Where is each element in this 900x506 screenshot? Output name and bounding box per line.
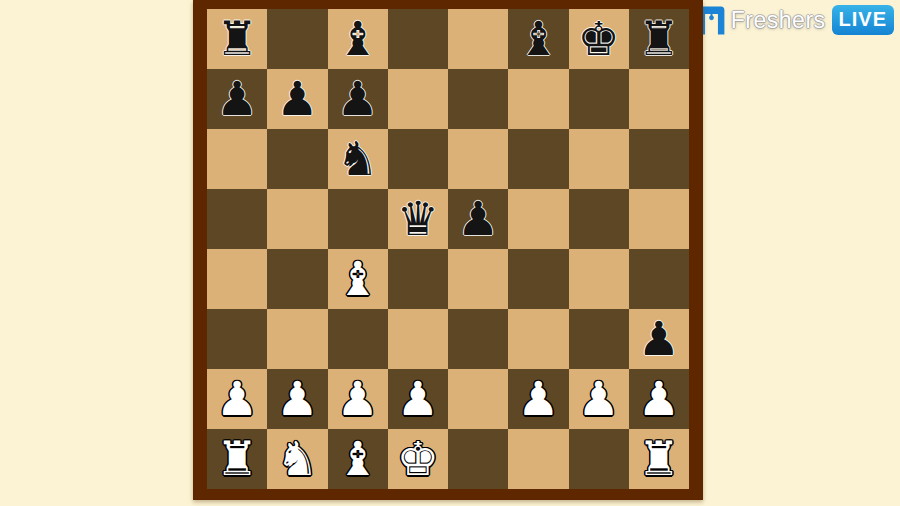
square-f1 xyxy=(508,429,568,489)
square-b6 xyxy=(267,129,327,189)
piece-black-queen: ♛ xyxy=(397,195,439,242)
square-e4 xyxy=(448,249,508,309)
square-f8: ♝ xyxy=(508,9,568,69)
piece-white-rook: ♜ xyxy=(638,435,680,482)
square-a2: ♟ xyxy=(207,369,267,429)
square-h2: ♟ xyxy=(629,369,689,429)
piece-white-pawn: ♟ xyxy=(337,375,379,422)
square-g7 xyxy=(569,69,629,129)
square-h3: ♟ xyxy=(629,309,689,369)
brand-name: Freshers xyxy=(731,7,826,34)
square-d5: ♛ xyxy=(388,189,448,249)
square-h7 xyxy=(629,69,689,129)
square-c7: ♟ xyxy=(328,69,388,129)
square-e7 xyxy=(448,69,508,129)
square-g1 xyxy=(569,429,629,489)
square-e6 xyxy=(448,129,508,189)
square-b4 xyxy=(267,249,327,309)
square-a5 xyxy=(207,189,267,249)
piece-black-bishop: ♝ xyxy=(337,15,379,62)
piece-white-pawn: ♟ xyxy=(638,375,680,422)
freshers-live-logo: Freshers LIVE xyxy=(698,4,894,36)
square-a3 xyxy=(207,309,267,369)
square-b5 xyxy=(267,189,327,249)
piece-black-rook: ♜ xyxy=(638,15,680,62)
piece-black-pawn: ♟ xyxy=(457,195,499,242)
piece-white-pawn: ♟ xyxy=(276,375,318,422)
square-e8 xyxy=(448,9,508,69)
square-a7: ♟ xyxy=(207,69,267,129)
square-h8: ♜ xyxy=(629,9,689,69)
square-d1: ♚ xyxy=(388,429,448,489)
square-a4 xyxy=(207,249,267,309)
square-e3 xyxy=(448,309,508,369)
live-badge: LIVE xyxy=(832,5,894,35)
square-d3 xyxy=(388,309,448,369)
square-b7: ♟ xyxy=(267,69,327,129)
square-d2: ♟ xyxy=(388,369,448,429)
square-c4: ♝ xyxy=(328,249,388,309)
piece-black-bishop: ♝ xyxy=(517,15,559,62)
square-d7 xyxy=(388,69,448,129)
square-a6 xyxy=(207,129,267,189)
square-f5 xyxy=(508,189,568,249)
piece-white-rook: ♜ xyxy=(216,435,258,482)
square-b8 xyxy=(267,9,327,69)
square-e5: ♟ xyxy=(448,189,508,249)
square-f4 xyxy=(508,249,568,309)
piece-white-knight: ♞ xyxy=(276,435,318,482)
square-f2: ♟ xyxy=(508,369,568,429)
square-b2: ♟ xyxy=(267,369,327,429)
piece-white-king: ♚ xyxy=(397,435,439,482)
piece-black-king: ♚ xyxy=(578,15,620,62)
square-f3 xyxy=(508,309,568,369)
square-e2 xyxy=(448,369,508,429)
square-g4 xyxy=(569,249,629,309)
square-f6 xyxy=(508,129,568,189)
square-c5 xyxy=(328,189,388,249)
piece-white-pawn: ♟ xyxy=(397,375,439,422)
piece-black-rook: ♜ xyxy=(216,15,258,62)
piece-white-pawn: ♟ xyxy=(216,375,258,422)
square-a1: ♜ xyxy=(207,429,267,489)
square-h4 xyxy=(629,249,689,309)
square-d6 xyxy=(388,129,448,189)
square-f7 xyxy=(508,69,568,129)
square-g8: ♚ xyxy=(569,9,629,69)
piece-black-pawn: ♟ xyxy=(276,75,318,122)
square-g6 xyxy=(569,129,629,189)
square-h6 xyxy=(629,129,689,189)
square-e1 xyxy=(448,429,508,489)
square-d8 xyxy=(388,9,448,69)
square-c8: ♝ xyxy=(328,9,388,69)
square-a8: ♜ xyxy=(207,9,267,69)
chess-board-frame: ♜♝♝♚♜♟♟♟♞♛♟♝♟♟♟♟♟♟♟♟♜♞♝♚♜ xyxy=(193,0,703,500)
square-c6: ♞ xyxy=(328,129,388,189)
piece-white-bishop: ♝ xyxy=(337,255,379,302)
piece-black-pawn: ♟ xyxy=(216,75,258,122)
square-g5 xyxy=(569,189,629,249)
piece-black-pawn: ♟ xyxy=(638,315,680,362)
square-c2: ♟ xyxy=(328,369,388,429)
piece-black-pawn: ♟ xyxy=(337,75,379,122)
square-c3 xyxy=(328,309,388,369)
piece-white-pawn: ♟ xyxy=(578,375,620,422)
square-g3 xyxy=(569,309,629,369)
piece-white-pawn: ♟ xyxy=(517,375,559,422)
piece-black-knight: ♞ xyxy=(337,135,379,182)
chess-board: ♜♝♝♚♜♟♟♟♞♛♟♝♟♟♟♟♟♟♟♟♜♞♝♚♜ xyxy=(207,9,689,489)
square-c1: ♝ xyxy=(328,429,388,489)
square-d4 xyxy=(388,249,448,309)
square-g2: ♟ xyxy=(569,369,629,429)
piece-white-bishop: ♝ xyxy=(337,435,379,482)
square-h5 xyxy=(629,189,689,249)
square-b1: ♞ xyxy=(267,429,327,489)
square-h1: ♜ xyxy=(629,429,689,489)
square-b3 xyxy=(267,309,327,369)
